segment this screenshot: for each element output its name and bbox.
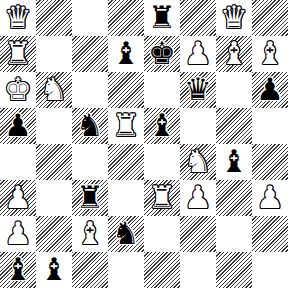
square-f3[interactable]: ♟ [180, 180, 216, 216]
square-a5[interactable]: ♟ [0, 108, 36, 144]
square-h8[interactable] [252, 0, 288, 36]
white-rook-piece: ♜ [112, 108, 140, 143]
square-e6[interactable] [144, 72, 180, 108]
square-e1[interactable] [144, 252, 180, 288]
square-a4[interactable] [0, 144, 36, 180]
white-rook-piece: ♜ [148, 180, 176, 215]
square-b6[interactable]: ♞ [36, 72, 72, 108]
black-rook-piece: ♜ [76, 180, 104, 215]
black-bishop-piece: ♝ [112, 36, 140, 71]
white-knight-piece: ♞ [40, 72, 68, 107]
square-g1[interactable] [216, 252, 252, 288]
square-a2[interactable]: ♟ [0, 216, 36, 252]
square-e5[interactable]: ♝ [144, 108, 180, 144]
black-bishop-piece: ♝ [40, 252, 68, 287]
square-f7[interactable]: ♟ [180, 36, 216, 72]
square-g7[interactable]: ♝ [216, 36, 252, 72]
square-b5[interactable] [36, 108, 72, 144]
square-e4[interactable] [144, 144, 180, 180]
square-a1[interactable]: ♝ [0, 252, 36, 288]
square-g4[interactable]: ♝ [216, 144, 252, 180]
square-d8[interactable] [108, 0, 144, 36]
square-h1[interactable] [252, 252, 288, 288]
square-b8[interactable] [36, 0, 72, 36]
white-king-piece: ♚ [4, 72, 32, 107]
black-pawn-piece: ♟ [4, 108, 32, 143]
square-e8[interactable]: ♜ [144, 0, 180, 36]
chess-board: ♛♜♛♜♝♚♟♝♝♚♞♛♟♟♞♜♝♞♝♟♜♜♟♟♟♝♞♝♝ [0, 0, 288, 288]
square-d5[interactable]: ♜ [108, 108, 144, 144]
square-f5[interactable] [180, 108, 216, 144]
square-c1[interactable] [72, 252, 108, 288]
square-h5[interactable] [252, 108, 288, 144]
square-g6[interactable] [216, 72, 252, 108]
white-pawn-piece: ♟ [184, 36, 212, 71]
square-h2[interactable] [252, 216, 288, 252]
black-queen-piece: ♛ [184, 72, 212, 107]
square-a8[interactable]: ♛ [0, 0, 36, 36]
square-f8[interactable] [180, 0, 216, 36]
black-bishop-piece: ♝ [148, 108, 176, 143]
square-h3[interactable]: ♟ [252, 180, 288, 216]
square-g8[interactable]: ♛ [216, 0, 252, 36]
square-c6[interactable] [72, 72, 108, 108]
black-knight-piece: ♞ [112, 216, 140, 251]
square-c3[interactable]: ♜ [72, 180, 108, 216]
square-f6[interactable]: ♛ [180, 72, 216, 108]
black-bishop-piece: ♝ [220, 144, 248, 179]
black-rook-piece: ♜ [148, 0, 176, 35]
square-a6[interactable]: ♚ [0, 72, 36, 108]
white-pawn-piece: ♟ [4, 216, 32, 251]
black-king-piece: ♚ [148, 36, 176, 71]
black-bishop-piece: ♝ [4, 252, 32, 287]
white-bishop-piece: ♝ [256, 36, 284, 71]
white-pawn-piece: ♟ [4, 180, 32, 215]
square-h6[interactable]: ♟ [252, 72, 288, 108]
square-f2[interactable] [180, 216, 216, 252]
square-b7[interactable] [36, 36, 72, 72]
square-f4[interactable]: ♞ [180, 144, 216, 180]
white-rook-piece: ♜ [4, 36, 32, 71]
white-bishop-piece: ♝ [220, 36, 248, 71]
square-c2[interactable]: ♝ [72, 216, 108, 252]
square-b4[interactable] [36, 144, 72, 180]
square-e2[interactable] [144, 216, 180, 252]
black-knight-piece: ♞ [76, 108, 104, 143]
square-c4[interactable] [72, 144, 108, 180]
white-queen-piece: ♛ [220, 0, 248, 35]
black-pawn-piece: ♟ [256, 72, 284, 107]
square-d7[interactable]: ♝ [108, 36, 144, 72]
square-h4[interactable] [252, 144, 288, 180]
square-d3[interactable] [108, 180, 144, 216]
square-b2[interactable] [36, 216, 72, 252]
square-c8[interactable] [72, 0, 108, 36]
square-d4[interactable] [108, 144, 144, 180]
square-g5[interactable] [216, 108, 252, 144]
white-knight-piece: ♞ [184, 144, 212, 179]
square-d1[interactable] [108, 252, 144, 288]
square-g2[interactable] [216, 216, 252, 252]
square-c5[interactable]: ♞ [72, 108, 108, 144]
white-bishop-piece: ♝ [76, 216, 104, 251]
square-a3[interactable]: ♟ [0, 180, 36, 216]
white-pawn-piece: ♟ [256, 180, 284, 215]
square-b1[interactable]: ♝ [36, 252, 72, 288]
square-a7[interactable]: ♜ [0, 36, 36, 72]
square-e7[interactable]: ♚ [144, 36, 180, 72]
white-queen-piece: ♛ [4, 0, 32, 35]
white-pawn-piece: ♟ [184, 180, 212, 215]
square-b3[interactable] [36, 180, 72, 216]
square-c7[interactable] [72, 36, 108, 72]
square-h7[interactable]: ♝ [252, 36, 288, 72]
square-d6[interactable] [108, 72, 144, 108]
square-g3[interactable] [216, 180, 252, 216]
square-d2[interactable]: ♞ [108, 216, 144, 252]
square-f1[interactable] [180, 252, 216, 288]
square-e3[interactable]: ♜ [144, 180, 180, 216]
